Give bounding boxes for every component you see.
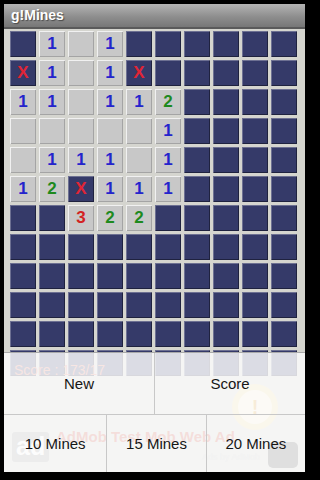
cell-r1c8[interactable]	[213, 31, 239, 57]
cell-r8c3[interactable]	[68, 234, 94, 260]
cell-r6c6[interactable]: 1	[155, 176, 181, 202]
cell-r10c5[interactable]	[126, 292, 152, 318]
mine-count-glyph: 1	[47, 34, 56, 54]
cell-r10c2[interactable]	[39, 292, 65, 318]
cell-r8c9[interactable]	[242, 234, 268, 260]
mine-count-glyph: 1	[163, 150, 172, 170]
cell-r5c7[interactable]	[184, 147, 210, 173]
cell-r6c7[interactable]	[184, 176, 210, 202]
mine-count-glyph: 1	[134, 179, 143, 199]
mine-count-glyph: 1	[134, 92, 143, 112]
cell-r1c6[interactable]	[155, 31, 181, 57]
mine-count-glyph: 1	[163, 179, 172, 199]
cell-r1c2[interactable]: 1	[39, 31, 65, 57]
cell-r8c10[interactable]	[271, 234, 297, 260]
mine-count-glyph: 2	[134, 208, 143, 228]
app-screen: g!Mines 11X11X111121111112X111322 Score …	[4, 4, 305, 472]
cell-r5c4[interactable]: 1	[97, 147, 123, 173]
cell-r7c3[interactable]: 3	[68, 205, 94, 231]
cell-r6c5[interactable]: 1	[126, 176, 152, 202]
mine-count-glyph: 1	[47, 63, 56, 83]
cell-r8c5[interactable]	[126, 234, 152, 260]
mine-count-glyph: 1	[105, 63, 114, 83]
cell-r11c9[interactable]	[242, 321, 268, 347]
cell-r7c9[interactable]	[242, 205, 268, 231]
score-button[interactable]: Score	[154, 353, 305, 414]
cell-r5c9[interactable]	[242, 147, 268, 173]
cell-r3c8[interactable]	[213, 89, 239, 115]
mine-count-glyph: 1	[163, 121, 172, 141]
cell-r7c5[interactable]: 2	[126, 205, 152, 231]
cell-r10c6[interactable]	[155, 292, 181, 318]
cell-r1c7[interactable]	[184, 31, 210, 57]
cell-r2c4[interactable]: 1	[97, 60, 123, 86]
cell-r11c6[interactable]	[155, 321, 181, 347]
title-bar: g!Mines	[4, 4, 305, 29]
cell-r4c5[interactable]	[126, 118, 152, 144]
mine-count-glyph: 1	[105, 179, 114, 199]
cell-r10c7[interactable]	[184, 292, 210, 318]
cell-r11c3[interactable]	[68, 321, 94, 347]
mines-10-button[interactable]: 10 Mines	[4, 415, 106, 472]
cell-r11c4[interactable]	[97, 321, 123, 347]
cell-r7c6[interactable]	[155, 205, 181, 231]
cell-r8c4[interactable]	[97, 234, 123, 260]
cell-r4c10[interactable]	[271, 118, 297, 144]
mine-count-glyph: 1	[76, 150, 85, 170]
cell-r6c10[interactable]	[271, 176, 297, 202]
app-title: g!Mines	[4, 4, 305, 27]
cell-r9c4[interactable]	[97, 263, 123, 289]
cell-r2c6[interactable]	[155, 60, 181, 86]
cell-r5c2[interactable]: 1	[39, 147, 65, 173]
cell-r1c3[interactable]	[68, 31, 94, 57]
cell-r8c6[interactable]	[155, 234, 181, 260]
cell-r5c6[interactable]: 1	[155, 147, 181, 173]
menu-row-top: New Score	[4, 353, 305, 414]
options-menu: New Score 10 Mines 15 Mines 20 Mines	[4, 352, 305, 472]
cell-r7c7[interactable]	[184, 205, 210, 231]
cell-r5c10[interactable]	[271, 147, 297, 173]
menu-row-bottom: 10 Mines 15 Mines 20 Mines	[4, 414, 305, 472]
cell-r8c2[interactable]	[39, 234, 65, 260]
cell-r4c7[interactable]	[184, 118, 210, 144]
cell-r6c8[interactable]	[213, 176, 239, 202]
cell-r4c6[interactable]: 1	[155, 118, 181, 144]
cell-r10c4[interactable]	[97, 292, 123, 318]
minesweeper-board: 11X11X111121111112X111322	[7, 28, 300, 379]
cell-r10c9[interactable]	[242, 292, 268, 318]
cell-r3c1[interactable]: 1	[10, 89, 36, 115]
cell-r11c10[interactable]	[271, 321, 297, 347]
cell-r5c5[interactable]	[126, 147, 152, 173]
cell-r6c4[interactable]: 1	[97, 176, 123, 202]
cell-r10c1[interactable]	[10, 292, 36, 318]
cell-r3c6[interactable]: 2	[155, 89, 181, 115]
cell-r3c4[interactable]: 1	[97, 89, 123, 115]
cell-r6c9[interactable]	[242, 176, 268, 202]
device-frame: g!Mines 11X11X111121111112X111322 Score …	[0, 0, 320, 480]
mine-count-glyph: 1	[47, 92, 56, 112]
cell-r1c1[interactable]	[10, 31, 36, 57]
cell-r4c9[interactable]	[242, 118, 268, 144]
cell-r3c7[interactable]	[184, 89, 210, 115]
cell-r2c3[interactable]	[68, 60, 94, 86]
cell-r3c2[interactable]: 1	[39, 89, 65, 115]
mine-count-glyph: 1	[18, 179, 27, 199]
mine-count-glyph: 1	[18, 92, 27, 112]
mine-count-glyph: 2	[105, 208, 114, 228]
mine-count-glyph: 2	[47, 179, 56, 199]
cell-r4c3[interactable]	[68, 118, 94, 144]
mine-count-glyph: 1	[105, 92, 114, 112]
mines-15-button[interactable]: 15 Mines	[106, 415, 205, 472]
cell-r8c7[interactable]	[184, 234, 210, 260]
mine-count-glyph: 2	[163, 92, 172, 112]
mine-count-glyph: 3	[76, 208, 85, 228]
cell-r6c2[interactable]: 2	[39, 176, 65, 202]
cell-r11c2[interactable]	[39, 321, 65, 347]
cell-r4c8[interactable]	[213, 118, 239, 144]
cell-r5c1[interactable]	[10, 147, 36, 173]
cell-r2c7[interactable]	[184, 60, 210, 86]
mine-count-glyph: 1	[47, 150, 56, 170]
new-button[interactable]: New	[4, 353, 154, 414]
cell-r6c3[interactable]: X	[68, 176, 94, 202]
cell-r4c2[interactable]	[39, 118, 65, 144]
cell-r2c1[interactable]: X	[10, 60, 36, 86]
flag-x-glyph: X	[17, 63, 28, 83]
cell-r4c1[interactable]	[10, 118, 36, 144]
cell-r9c3[interactable]	[68, 263, 94, 289]
cell-r3c10[interactable]	[271, 89, 297, 115]
cell-r9c10[interactable]	[271, 263, 297, 289]
cell-r1c5[interactable]	[126, 31, 152, 57]
cell-r10c10[interactable]	[271, 292, 297, 318]
cell-r6c1[interactable]: 1	[10, 176, 36, 202]
mine-count-glyph: 1	[105, 150, 114, 170]
cell-r7c1[interactable]	[10, 205, 36, 231]
cell-r7c4[interactable]: 2	[97, 205, 123, 231]
cell-r9c8[interactable]	[213, 263, 239, 289]
cell-r5c8[interactable]	[213, 147, 239, 173]
cell-r9c7[interactable]	[184, 263, 210, 289]
cell-r2c9[interactable]	[242, 60, 268, 86]
cell-r2c2[interactable]: 1	[39, 60, 65, 86]
mine-count-glyph: 1	[105, 34, 114, 54]
cell-r3c3[interactable]	[68, 89, 94, 115]
cell-r9c9[interactable]	[242, 263, 268, 289]
flag-x-glyph: X	[133, 63, 144, 83]
cell-r7c10[interactable]	[271, 205, 297, 231]
cell-r2c5[interactable]: X	[126, 60, 152, 86]
cell-r11c7[interactable]	[184, 321, 210, 347]
cell-r11c1[interactable]	[10, 321, 36, 347]
cell-r7c8[interactable]	[213, 205, 239, 231]
cell-r10c3[interactable]	[68, 292, 94, 318]
cell-r2c10[interactable]	[271, 60, 297, 86]
cell-r7c2[interactable]	[39, 205, 65, 231]
cell-r3c5[interactable]: 1	[126, 89, 152, 115]
mines-20-button[interactable]: 20 Mines	[206, 415, 305, 472]
cell-r9c5[interactable]	[126, 263, 152, 289]
cell-r8c1[interactable]	[10, 234, 36, 260]
cell-r11c8[interactable]	[213, 321, 239, 347]
cell-r9c2[interactable]	[39, 263, 65, 289]
cell-r2c8[interactable]	[213, 60, 239, 86]
cell-r5c3[interactable]: 1	[68, 147, 94, 173]
flag-x-glyph: X	[75, 179, 86, 199]
cell-r3c9[interactable]	[242, 89, 268, 115]
cell-r11c5[interactable]	[126, 321, 152, 347]
cell-r4c4[interactable]	[97, 118, 123, 144]
cell-r10c8[interactable]	[213, 292, 239, 318]
cell-r9c1[interactable]	[10, 263, 36, 289]
cell-r9c6[interactable]	[155, 263, 181, 289]
cell-r1c10[interactable]	[271, 31, 297, 57]
cell-r1c4[interactable]: 1	[97, 31, 123, 57]
cell-r8c8[interactable]	[213, 234, 239, 260]
cell-r1c9[interactable]	[242, 31, 268, 57]
